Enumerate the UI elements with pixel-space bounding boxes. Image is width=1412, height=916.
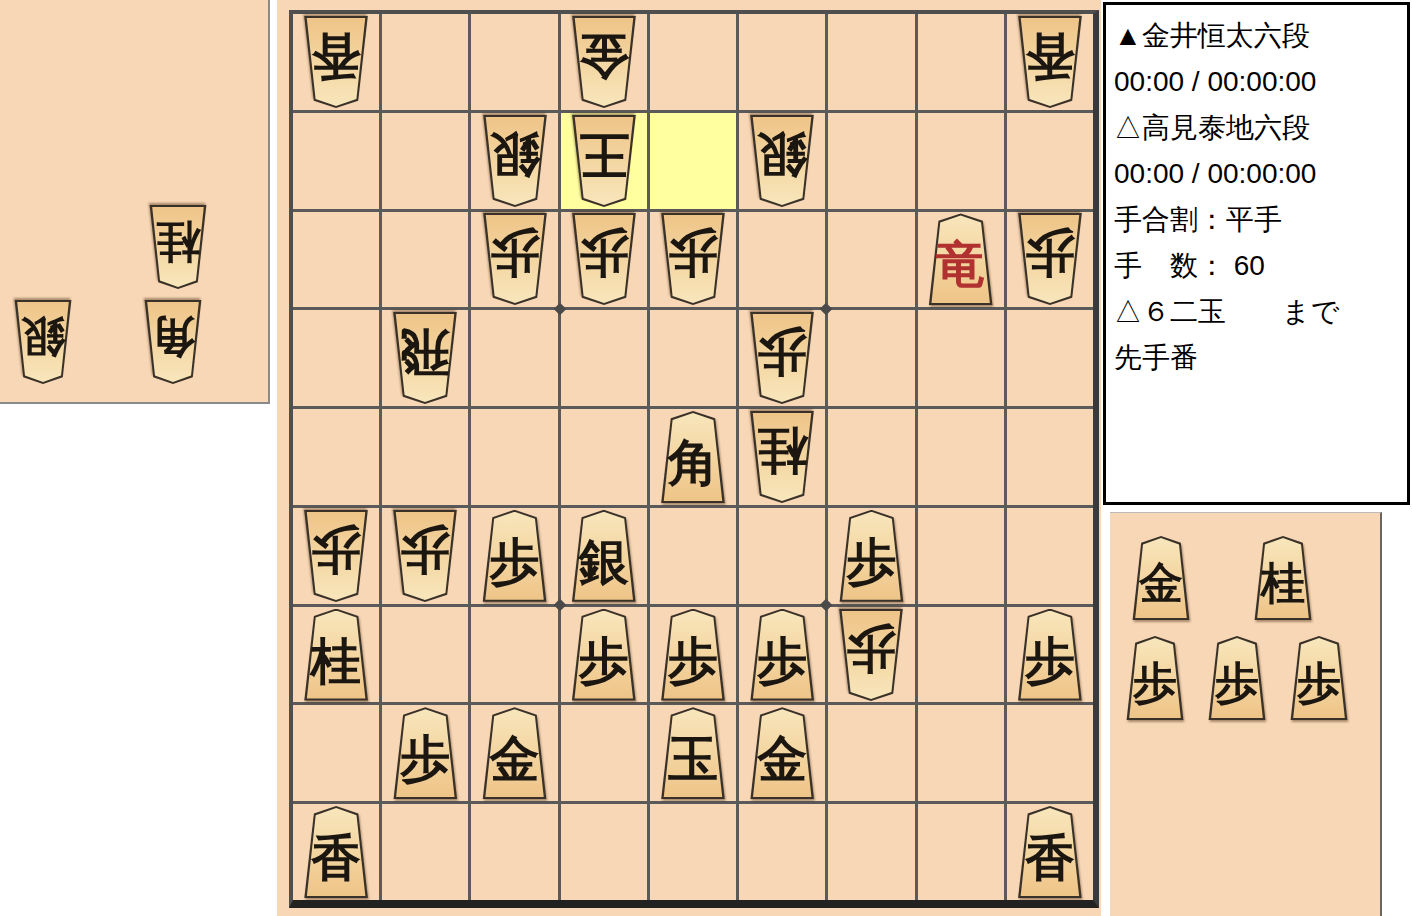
square-36: 歩 — [828, 508, 914, 604]
square-92 — [293, 113, 379, 209]
hand-piece-sente-pawn: 歩 — [1204, 636, 1270, 720]
square-67: 歩 — [561, 607, 647, 703]
piece-61-gote-gold: 金 — [567, 16, 641, 108]
pawn-kanji: 歩 — [478, 510, 552, 602]
square-66: 銀 — [561, 508, 647, 604]
piece-11-gote-lance: 香 — [1013, 16, 1087, 108]
knight-kanji: 桂 — [745, 411, 819, 503]
hand-piece-gote-knight: 桂 — [145, 205, 211, 289]
knight-kanji: 桂 — [299, 609, 373, 701]
square-95 — [293, 409, 379, 505]
pawn-kanji: 歩 — [1122, 636, 1188, 720]
pawn-kanji: 歩 — [478, 213, 552, 305]
shogi-board-panel: 香金香銀王銀歩歩歩竜歩飛歩角桂歩歩歩銀歩桂歩歩歩歩歩歩金玉金香香 — [277, 0, 1101, 916]
square-57: 歩 — [650, 607, 736, 703]
square-37: 歩 — [828, 607, 914, 703]
pawn-kanji: 歩 — [388, 707, 462, 799]
lance-kanji: 香 — [1013, 16, 1087, 108]
hand-piece-sente-knight: 桂 — [1250, 536, 1316, 620]
square-51 — [650, 14, 736, 110]
hand-piece-sente-pawn: 歩 — [1286, 636, 1352, 720]
gote-captured-tray: 桂銀角 — [0, 0, 270, 404]
square-34 — [828, 310, 914, 406]
pawn-kanji: 歩 — [1204, 636, 1270, 720]
square-32 — [828, 113, 914, 209]
piece-72-gote-silver: 銀 — [478, 115, 552, 207]
piece-73-gote-pawn: 歩 — [478, 213, 552, 305]
hand-piece-gote-silver: 銀 — [10, 300, 76, 384]
square-43 — [739, 212, 825, 308]
king-kanji: 玉 — [656, 707, 730, 799]
piece-13-gote-pawn: 歩 — [1013, 213, 1087, 305]
square-68 — [561, 705, 647, 801]
sente-captured-tray: 金桂歩歩歩 — [1110, 512, 1382, 916]
square-86: 歩 — [382, 508, 468, 604]
square-13: 歩 — [1007, 212, 1093, 308]
square-28 — [918, 705, 1004, 801]
handicap-label: 手合割：平手 — [1114, 197, 1399, 243]
pawn-kanji: 歩 — [834, 510, 908, 602]
square-99: 香 — [293, 804, 379, 900]
pawn-kanji: 歩 — [745, 312, 819, 404]
pawn-kanji: 歩 — [834, 609, 908, 701]
pawn-kanji: 歩 — [1013, 213, 1087, 305]
piece-44-gote-pawn: 歩 — [745, 312, 819, 404]
king-kanji: 王 — [567, 115, 641, 207]
square-98 — [293, 705, 379, 801]
knight-kanji: 桂 — [145, 205, 211, 289]
last-move-label: △６二玉 まで — [1114, 289, 1399, 335]
piece-23-sente-dragon: 竜 — [924, 213, 998, 305]
piece-97-sente-knight: 桂 — [299, 609, 373, 701]
turn-label: 先手番 — [1114, 335, 1399, 381]
piece-63-gote-pawn: 歩 — [567, 213, 641, 305]
silver-kanji: 銀 — [567, 510, 641, 602]
square-16 — [1007, 508, 1093, 604]
square-91: 香 — [293, 14, 379, 110]
piece-42-gote-silver: 銀 — [745, 115, 819, 207]
piece-91-gote-lance: 香 — [299, 16, 373, 108]
hand-piece-sente-gold: 金 — [1128, 536, 1194, 620]
piece-53-gote-pawn: 歩 — [656, 213, 730, 305]
pawn-kanji: 歩 — [1013, 609, 1087, 701]
square-29 — [918, 804, 1004, 900]
pawn-kanji: 歩 — [567, 609, 641, 701]
hand-piece-gote-bishop: 角 — [140, 300, 206, 384]
square-54 — [650, 310, 736, 406]
square-33 — [828, 212, 914, 308]
gold-kanji: 金 — [478, 707, 552, 799]
silver-kanji: 銀 — [478, 115, 552, 207]
square-26 — [918, 508, 1004, 604]
square-35 — [828, 409, 914, 505]
bishop-kanji: 角 — [140, 300, 206, 384]
square-17: 歩 — [1007, 607, 1093, 703]
gote-player-name: △高見泰地六段 — [1114, 105, 1399, 151]
dragon-kanji: 竜 — [924, 213, 998, 305]
pawn-kanji: 歩 — [388, 510, 462, 602]
square-65 — [561, 409, 647, 505]
pawn-kanji: 歩 — [656, 609, 730, 701]
square-23: 竜 — [918, 212, 1004, 308]
square-88: 歩 — [382, 705, 468, 801]
square-59 — [650, 804, 736, 900]
piece-19-sente-lance: 香 — [1013, 806, 1087, 898]
square-53: 歩 — [650, 212, 736, 308]
square-21 — [918, 14, 1004, 110]
square-73: 歩 — [471, 212, 557, 308]
square-94 — [293, 310, 379, 406]
square-84: 飛 — [382, 310, 468, 406]
square-27 — [918, 607, 1004, 703]
knight-kanji: 桂 — [1250, 536, 1316, 620]
piece-78-sente-gold: 金 — [478, 707, 552, 799]
square-24 — [918, 310, 1004, 406]
square-39 — [828, 804, 914, 900]
square-49 — [739, 804, 825, 900]
square-45: 桂 — [739, 409, 825, 505]
square-52 — [650, 113, 736, 209]
lance-kanji: 香 — [299, 16, 373, 108]
square-75 — [471, 409, 557, 505]
square-85 — [382, 409, 468, 505]
square-18 — [1007, 705, 1093, 801]
square-77 — [471, 607, 557, 703]
pawn-kanji: 歩 — [299, 510, 373, 602]
silver-kanji: 銀 — [745, 115, 819, 207]
piece-86-gote-pawn: 歩 — [388, 510, 462, 602]
square-96: 歩 — [293, 508, 379, 604]
piece-62-gote-king: 王 — [567, 115, 641, 207]
piece-55-sente-bishop: 角 — [656, 411, 730, 503]
square-22 — [918, 113, 1004, 209]
square-82 — [382, 113, 468, 209]
square-74 — [471, 310, 557, 406]
piece-48-sente-gold: 金 — [745, 707, 819, 799]
move-count-label: 手 数： 60 — [1114, 243, 1399, 289]
sente-player-name: ▲金井恒太六段 — [1114, 13, 1399, 59]
square-81 — [382, 14, 468, 110]
piece-37-gote-pawn: 歩 — [834, 609, 908, 701]
square-71 — [471, 14, 557, 110]
silver-kanji: 銀 — [10, 300, 76, 384]
square-78: 金 — [471, 705, 557, 801]
piece-88-sente-pawn: 歩 — [388, 707, 462, 799]
shogi-board: 香金香銀王銀歩歩歩竜歩飛歩角桂歩歩歩銀歩桂歩歩歩歩歩歩金玉金香香 — [289, 10, 1099, 908]
square-41 — [739, 14, 825, 110]
square-87 — [382, 607, 468, 703]
gold-kanji: 金 — [1128, 536, 1194, 620]
piece-36-sente-pawn: 歩 — [834, 510, 908, 602]
square-46 — [739, 508, 825, 604]
square-62: 王 — [561, 113, 647, 209]
square-76: 歩 — [471, 508, 557, 604]
pawn-kanji: 歩 — [567, 213, 641, 305]
square-79 — [471, 804, 557, 900]
sente-clock: 00:00 / 00:00:00 — [1114, 59, 1399, 105]
square-48: 金 — [739, 705, 825, 801]
piece-58-sente-king: 玉 — [656, 707, 730, 799]
bishop-kanji: 角 — [656, 411, 730, 503]
piece-17-sente-pawn: 歩 — [1013, 609, 1087, 701]
lance-kanji: 香 — [299, 806, 373, 898]
square-47: 歩 — [739, 607, 825, 703]
square-15 — [1007, 409, 1093, 505]
square-83 — [382, 212, 468, 308]
square-97: 桂 — [293, 607, 379, 703]
hand-piece-sente-pawn: 歩 — [1122, 636, 1188, 720]
gote-clock: 00:00 / 00:00:00 — [1114, 151, 1399, 197]
square-55: 角 — [650, 409, 736, 505]
piece-67-sente-pawn: 歩 — [567, 609, 641, 701]
square-72: 銀 — [471, 113, 557, 209]
square-63: 歩 — [561, 212, 647, 308]
gold-kanji: 金 — [745, 707, 819, 799]
square-19: 香 — [1007, 804, 1093, 900]
rook-kanji: 飛 — [388, 312, 462, 404]
square-61: 金 — [561, 14, 647, 110]
piece-47-sente-pawn: 歩 — [745, 609, 819, 701]
piece-96-gote-pawn: 歩 — [299, 510, 373, 602]
square-58: 玉 — [650, 705, 736, 801]
square-12 — [1007, 113, 1093, 209]
lance-kanji: 香 — [1013, 806, 1087, 898]
pawn-kanji: 歩 — [656, 213, 730, 305]
square-44: 歩 — [739, 310, 825, 406]
square-93 — [293, 212, 379, 308]
piece-57-sente-pawn: 歩 — [656, 609, 730, 701]
piece-84-gote-rook: 飛 — [388, 312, 462, 404]
game-info-panel: ▲金井恒太六段 00:00 / 00:00:00 △高見泰地六段 00:00 /… — [1103, 2, 1410, 505]
square-25 — [918, 409, 1004, 505]
pawn-kanji: 歩 — [745, 609, 819, 701]
piece-99-sente-lance: 香 — [299, 806, 373, 898]
square-11: 香 — [1007, 14, 1093, 110]
square-38 — [828, 705, 914, 801]
square-56 — [650, 508, 736, 604]
square-14 — [1007, 310, 1093, 406]
pawn-kanji: 歩 — [1286, 636, 1352, 720]
square-89 — [382, 804, 468, 900]
square-42: 銀 — [739, 113, 825, 209]
square-64 — [561, 310, 647, 406]
piece-45-gote-knight: 桂 — [745, 411, 819, 503]
square-31 — [828, 14, 914, 110]
gold-kanji: 金 — [567, 16, 641, 108]
square-69 — [561, 804, 647, 900]
piece-76-sente-pawn: 歩 — [478, 510, 552, 602]
piece-66-sente-silver: 銀 — [567, 510, 641, 602]
